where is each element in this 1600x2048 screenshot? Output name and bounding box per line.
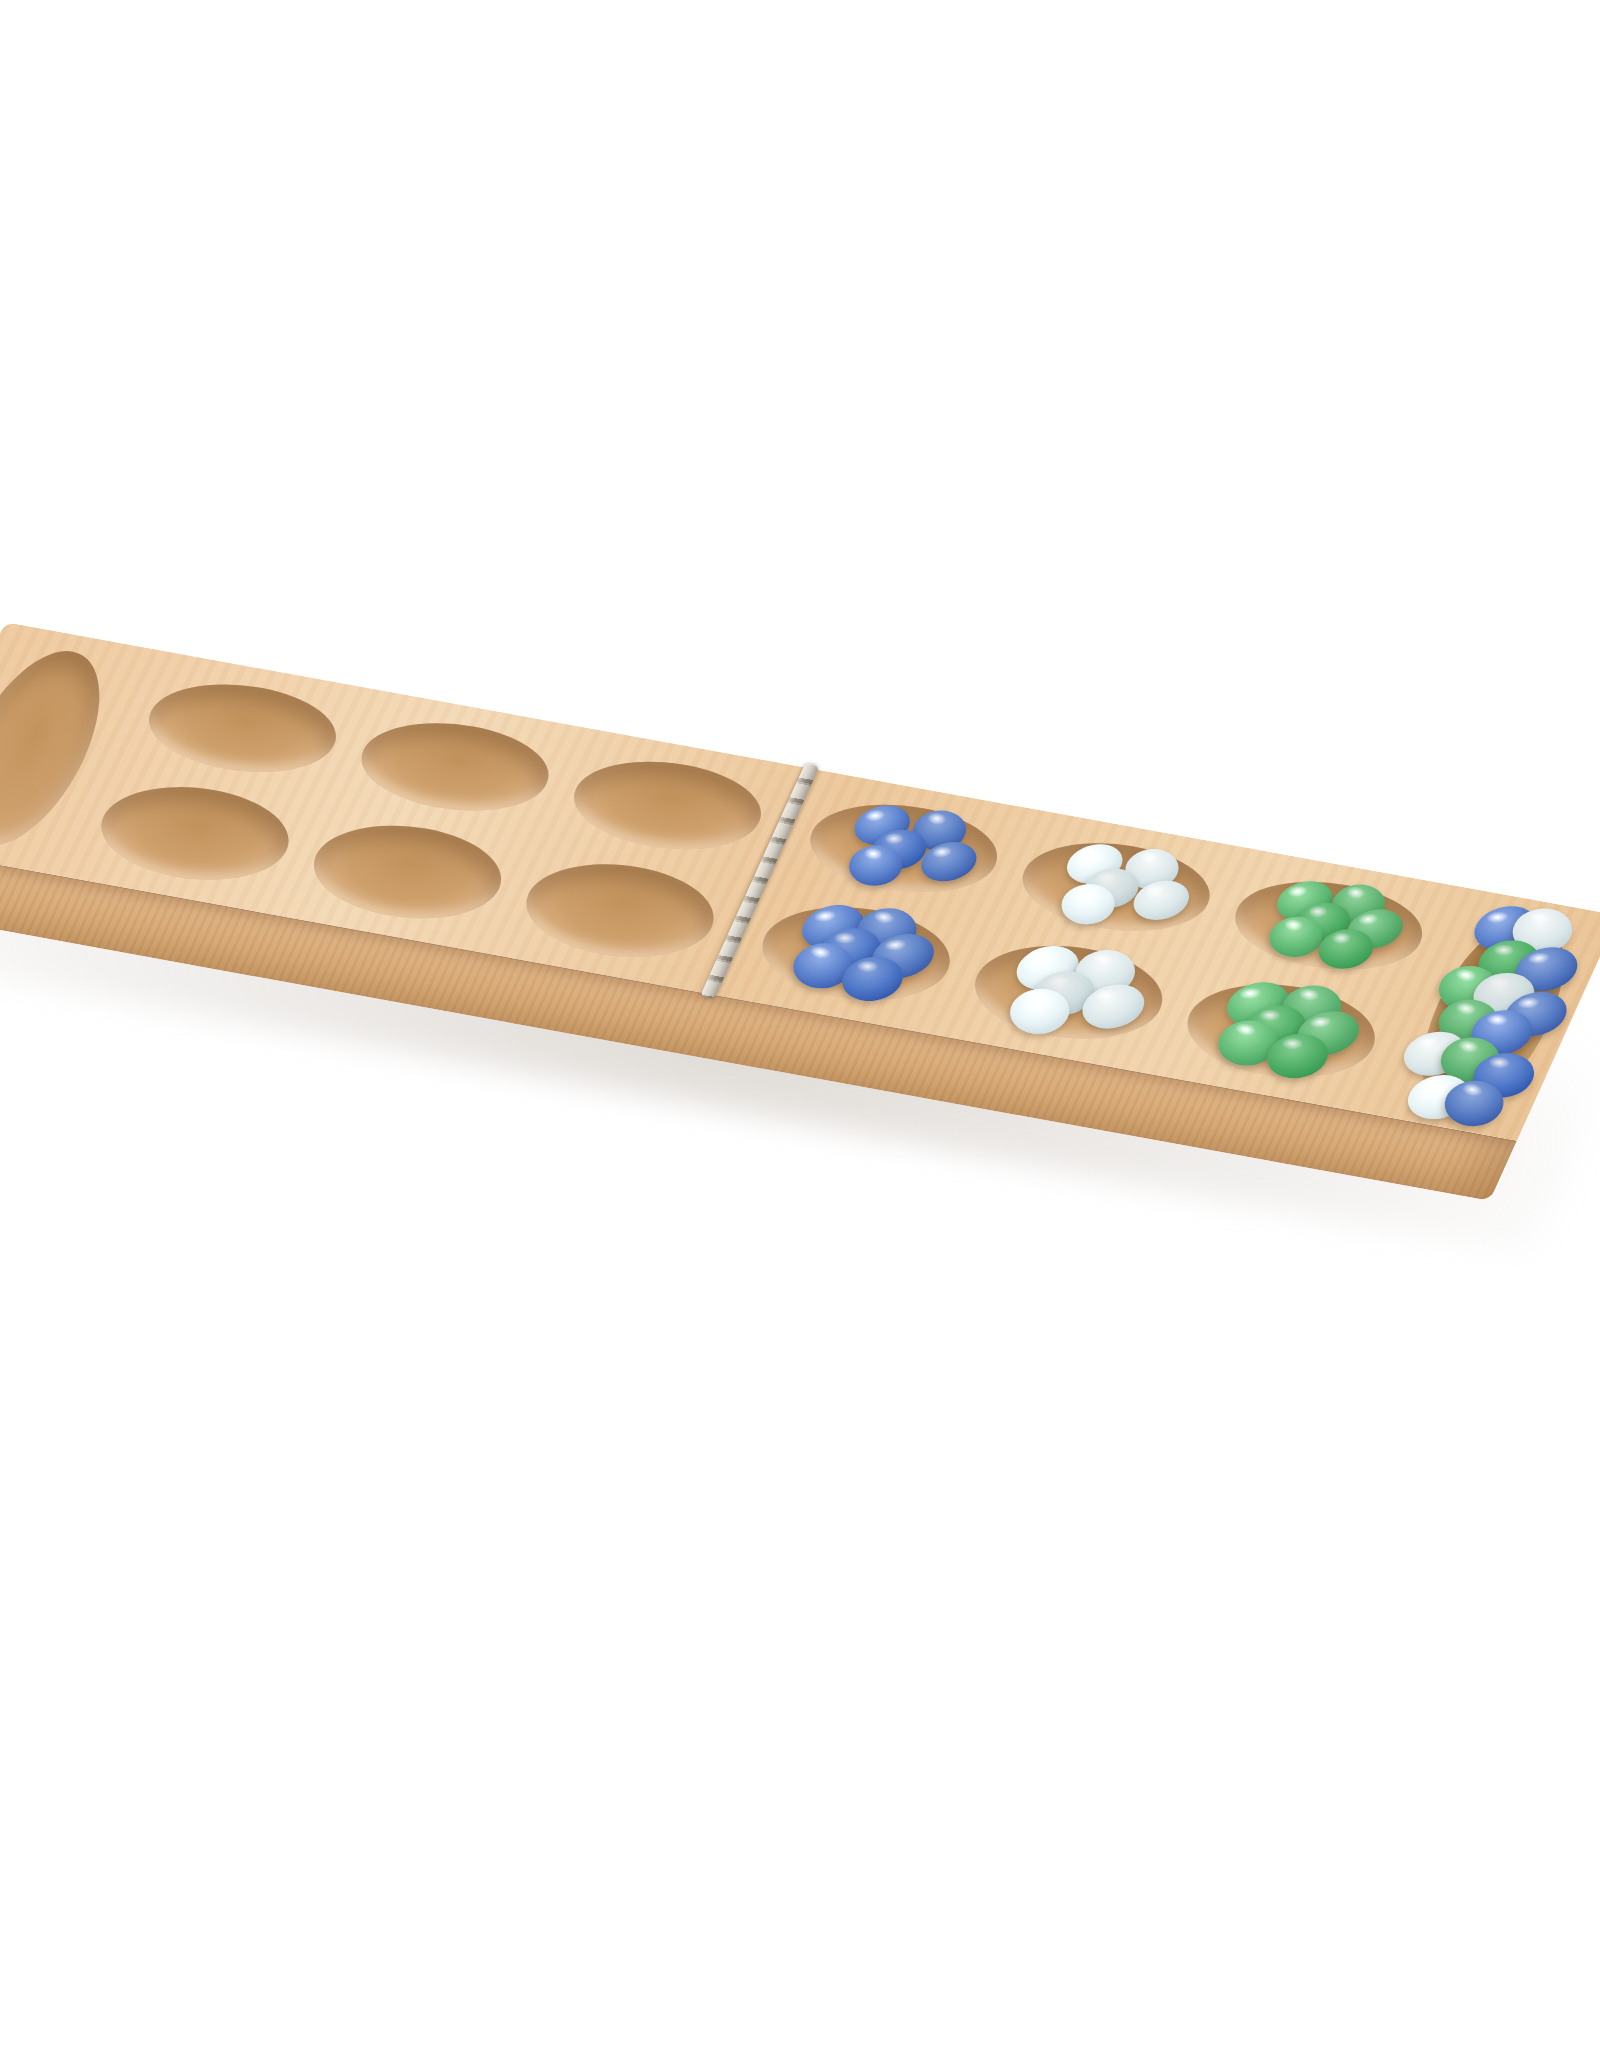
pit-near-5[interactable] — [958, 932, 1180, 1051]
pit-far-6[interactable] — [1219, 869, 1438, 982]
pit-near-6[interactable] — [1170, 971, 1392, 1090]
pit-far-1[interactable] — [133, 672, 352, 785]
pit-far-5[interactable] — [1007, 830, 1226, 943]
pit-far-3[interactable] — [558, 749, 777, 862]
mancala-product-photo — [0, 0, 1600, 2048]
pit-near-4[interactable] — [745, 894, 967, 1013]
pit-far-2[interactable] — [346, 710, 565, 823]
pit-near-2[interactable] — [297, 812, 519, 931]
pit-near-3[interactable] — [509, 851, 731, 970]
pit-near-1[interactable] — [84, 774, 306, 893]
pit-far-4[interactable] — [794, 792, 1013, 905]
